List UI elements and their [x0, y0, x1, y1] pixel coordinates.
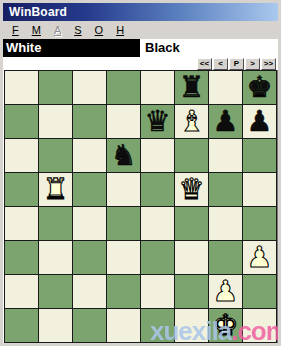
- square-b6[interactable]: [39, 139, 72, 172]
- square-b1[interactable]: [39, 309, 72, 342]
- square-g4[interactable]: [209, 207, 242, 240]
- white-pawn: ♟: [213, 275, 239, 308]
- black-pawn: ♟: [213, 105, 239, 138]
- square-a8[interactable]: [5, 71, 38, 104]
- step-back-button[interactable]: <: [213, 58, 228, 70]
- square-d3[interactable]: [107, 241, 140, 274]
- square-h1[interactable]: [243, 309, 276, 342]
- square-c2[interactable]: [73, 275, 106, 308]
- square-d6[interactable]: ♞: [107, 139, 140, 172]
- white-bishop: ♝: [179, 105, 205, 138]
- square-g8[interactable]: [209, 71, 242, 104]
- square-a5[interactable]: [5, 173, 38, 206]
- square-g3[interactable]: [209, 241, 242, 274]
- square-c7[interactable]: [73, 105, 106, 138]
- chess-board: ♜♚♛♝♟♟♞♜♛♟♟♚: [4, 70, 277, 343]
- square-e4[interactable]: [141, 207, 174, 240]
- white-player-label: White: [3, 39, 140, 57]
- title-bar[interactable]: WinBoard: [3, 3, 278, 21]
- square-e7[interactable]: ♛: [141, 105, 174, 138]
- player-name-bar: White Black: [3, 39, 278, 57]
- square-e1[interactable]: [141, 309, 174, 342]
- square-b5[interactable]: ♜: [39, 173, 72, 206]
- square-e8[interactable]: [141, 71, 174, 104]
- square-c6[interactable]: [73, 139, 106, 172]
- black-player-label: Black: [140, 39, 278, 57]
- square-d7[interactable]: [107, 105, 140, 138]
- fast-forward-to-end-button[interactable]: >>: [261, 58, 276, 70]
- square-g6[interactable]: [209, 139, 242, 172]
- menu-file[interactable]: F: [12, 24, 19, 36]
- menu-options[interactable]: O: [95, 24, 104, 36]
- step-forward-button[interactable]: >: [245, 58, 260, 70]
- square-g5[interactable]: [209, 173, 242, 206]
- white-queen: ♛: [179, 173, 205, 206]
- square-b2[interactable]: [39, 275, 72, 308]
- white-rook: ♜: [43, 173, 69, 206]
- square-f6[interactable]: [175, 139, 208, 172]
- rewind-to-start-button[interactable]: <<: [197, 58, 212, 70]
- square-g2[interactable]: ♟: [209, 275, 242, 308]
- square-a4[interactable]: [5, 207, 38, 240]
- square-e2[interactable]: [141, 275, 174, 308]
- square-d5[interactable]: [107, 173, 140, 206]
- square-c3[interactable]: [73, 241, 106, 274]
- black-pawn: ♟: [247, 105, 273, 138]
- white-pawn: ♟: [247, 241, 273, 274]
- square-h6[interactable]: [243, 139, 276, 172]
- square-e3[interactable]: [141, 241, 174, 274]
- square-d2[interactable]: [107, 275, 140, 308]
- square-c5[interactable]: [73, 173, 106, 206]
- menu-action[interactable]: A: [54, 24, 61, 36]
- vcr-button-strip: << < P > >>: [3, 57, 278, 70]
- black-rook: ♜: [179, 71, 205, 104]
- square-a2[interactable]: [5, 275, 38, 308]
- square-c8[interactable]: [73, 71, 106, 104]
- square-f2[interactable]: [175, 275, 208, 308]
- square-d4[interactable]: [107, 207, 140, 240]
- square-a1[interactable]: [5, 309, 38, 342]
- square-c4[interactable]: [73, 207, 106, 240]
- square-b8[interactable]: [39, 71, 72, 104]
- square-a6[interactable]: [5, 139, 38, 172]
- pause-button[interactable]: P: [229, 58, 244, 70]
- square-b4[interactable]: [39, 207, 72, 240]
- square-f1[interactable]: [175, 309, 208, 342]
- winboard-window: WinBoard F M A S O H White Black << < P …: [0, 0, 281, 346]
- square-f7[interactable]: ♝: [175, 105, 208, 138]
- square-f3[interactable]: [175, 241, 208, 274]
- menu-bar: F M A S O H: [3, 21, 278, 39]
- square-h5[interactable]: [243, 173, 276, 206]
- square-d1[interactable]: [107, 309, 140, 342]
- square-b3[interactable]: [39, 241, 72, 274]
- menu-help[interactable]: H: [116, 24, 124, 36]
- square-h2[interactable]: [243, 275, 276, 308]
- square-f8[interactable]: ♜: [175, 71, 208, 104]
- square-f5[interactable]: ♛: [175, 173, 208, 206]
- square-b7[interactable]: [39, 105, 72, 138]
- black-queen: ♛: [145, 105, 171, 138]
- square-a7[interactable]: [5, 105, 38, 138]
- white-king: ♚: [213, 309, 239, 342]
- square-h7[interactable]: ♟: [243, 105, 276, 138]
- square-g7[interactable]: ♟: [209, 105, 242, 138]
- square-h4[interactable]: [243, 207, 276, 240]
- square-e5[interactable]: [141, 173, 174, 206]
- square-f4[interactable]: [175, 207, 208, 240]
- window-title: WinBoard: [9, 5, 67, 19]
- square-a3[interactable]: [5, 241, 38, 274]
- square-h8[interactable]: ♚: [243, 71, 276, 104]
- menu-step[interactable]: S: [74, 24, 81, 36]
- square-h3[interactable]: ♟: [243, 241, 276, 274]
- black-knight: ♞: [111, 139, 137, 172]
- square-g1[interactable]: ♚: [209, 309, 242, 342]
- black-king: ♚: [247, 71, 273, 104]
- square-c1[interactable]: [73, 309, 106, 342]
- square-d8[interactable]: [107, 71, 140, 104]
- square-e6[interactable]: [141, 139, 174, 172]
- menu-mode[interactable]: M: [32, 24, 41, 36]
